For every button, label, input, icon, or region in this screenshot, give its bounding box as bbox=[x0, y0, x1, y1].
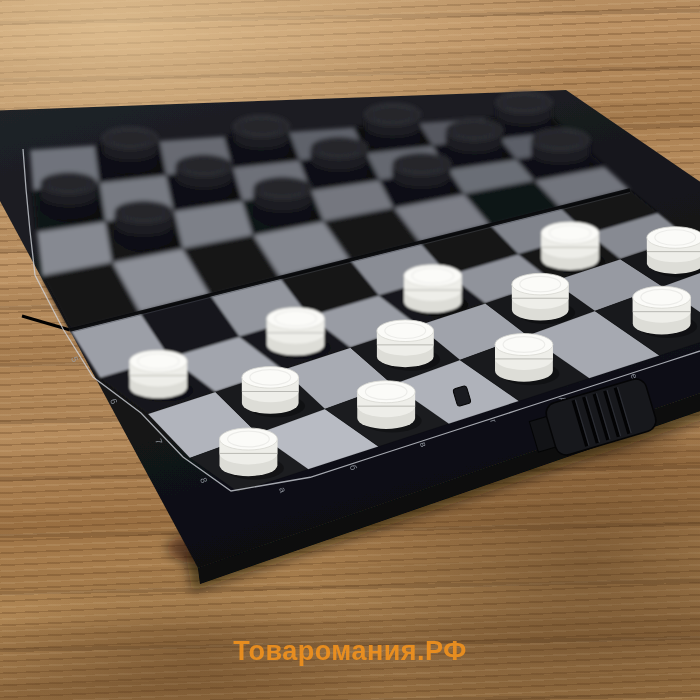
watermark: Товаромания.РФ bbox=[0, 636, 700, 667]
piece-white bbox=[495, 334, 559, 386]
piece-black bbox=[365, 104, 427, 153]
piece-black bbox=[176, 154, 239, 205]
piece-white bbox=[512, 273, 575, 324]
piece-white bbox=[647, 227, 700, 278]
piece-black bbox=[234, 116, 296, 165]
piece-black bbox=[311, 137, 374, 188]
piece-white bbox=[357, 381, 421, 433]
piece-white bbox=[129, 350, 193, 402]
piece-black bbox=[114, 201, 179, 253]
piece-black bbox=[392, 153, 457, 205]
piece-white bbox=[377, 320, 440, 371]
piece-black bbox=[102, 128, 164, 177]
piece-white bbox=[220, 428, 284, 480]
piece-white bbox=[267, 308, 331, 360]
piece-white bbox=[633, 286, 697, 338]
piece-white bbox=[242, 367, 305, 418]
checkers-board-photo: 5678абвгде bbox=[0, 0, 700, 700]
piece-white bbox=[404, 265, 468, 317]
rank-label: 5 bbox=[69, 355, 80, 363]
piece-black bbox=[40, 172, 103, 223]
piece-black bbox=[253, 177, 318, 229]
piece-white bbox=[541, 222, 605, 274]
product-photo: 5678абвгде Товаромания.РФ bbox=[0, 0, 700, 700]
